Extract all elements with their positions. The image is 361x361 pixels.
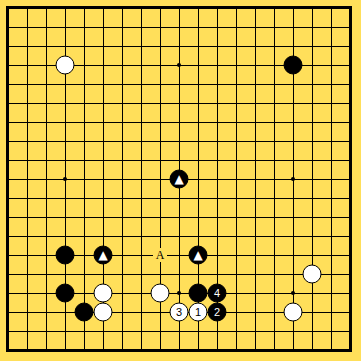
move-number-4: 4 <box>214 288 220 299</box>
stone-black-Q16 <box>284 56 303 75</box>
grid-line-horizontal-11 <box>8 217 350 218</box>
stone-white-R5 <box>303 265 322 284</box>
stone-black-D6 <box>56 246 75 265</box>
triangle-mark-icon: ▲ <box>174 172 183 186</box>
star-point <box>63 177 67 181</box>
stone-white-F3 <box>94 303 113 322</box>
grid-line-horizontal-17 <box>8 331 350 332</box>
grid-line-vertical-13 <box>255 8 256 350</box>
stone-white-D16 <box>56 56 75 75</box>
stone-black-D4 <box>56 284 75 303</box>
move-number-2: 2 <box>214 307 220 318</box>
move-number-3: 3 <box>176 307 182 318</box>
star-point <box>291 177 295 181</box>
grid-line-horizontal-14 <box>8 274 350 275</box>
stone-black-L4 <box>189 284 208 303</box>
grid-line-vertical-16 <box>312 8 313 350</box>
stone-white-L3: 1 <box>189 303 208 322</box>
grid-line-vertical-12 <box>236 8 237 350</box>
stone-black-L6: ▲ <box>189 246 208 265</box>
stone-white-J4 <box>151 284 170 303</box>
triangle-mark-icon: ▲ <box>193 248 202 262</box>
stone-black-E3 <box>75 303 94 322</box>
stone-white-K3: 3 <box>170 303 189 322</box>
stone-black-M4: 4 <box>208 284 227 303</box>
triangle-mark-icon: ▲ <box>98 248 107 262</box>
star-point <box>177 291 181 295</box>
go-diagram-page: ▲▲▲4312A <box>0 0 361 361</box>
grid-line-horizontal-12 <box>8 236 350 237</box>
stone-black-F6: ▲ <box>94 246 113 265</box>
stone-black-K10: ▲ <box>170 170 189 189</box>
stone-white-F4 <box>94 284 113 303</box>
move-number-1: 1 <box>195 307 201 318</box>
grid-line-vertical-14 <box>274 8 275 350</box>
star-point <box>291 291 295 295</box>
grid-line-horizontal-10 <box>8 198 350 199</box>
point-label-A: A <box>153 248 167 262</box>
go-board: ▲▲▲4312A <box>0 0 361 361</box>
star-point <box>177 63 181 67</box>
stone-white-Q3 <box>284 303 303 322</box>
grid-line-vertical-17 <box>331 8 332 350</box>
stone-black-M3: 2 <box>208 303 227 322</box>
